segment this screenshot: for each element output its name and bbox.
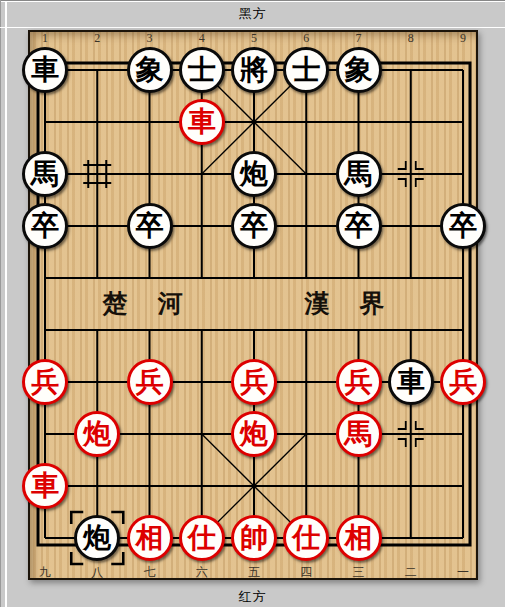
bevel-highlight-left	[5, 2, 7, 607]
piece-red-soldier[interactable]: 兵	[127, 359, 173, 405]
piece-red-general[interactable]: 帥	[231, 515, 277, 561]
file-label-top: 3	[138, 30, 162, 46]
file-label-bottom: 八	[85, 564, 109, 580]
file-label-top: 1	[33, 30, 57, 46]
river-inscription: 楚	[100, 289, 130, 319]
piece-red-cannon[interactable]: 炮	[74, 411, 120, 457]
file-label-top: 5	[242, 30, 266, 46]
file-label-top: 6	[294, 30, 318, 46]
file-label-top: 8	[399, 30, 423, 46]
piece-black-soldier[interactable]: 卒	[231, 203, 277, 249]
file-label-bottom: 九	[33, 564, 57, 580]
piece-black-advisor[interactable]: 士	[283, 47, 329, 93]
board-grid	[28, 30, 478, 580]
piece-red-horse[interactable]: 馬	[336, 411, 382, 457]
piece-red-soldier[interactable]: 兵	[336, 359, 382, 405]
file-label-bottom: 三	[347, 564, 371, 580]
piece-black-horse[interactable]: 馬	[22, 151, 68, 197]
river-inscription: 界	[357, 289, 387, 319]
bevel-highlight-top	[0, 1, 505, 2]
piece-red-advisor[interactable]: 仕	[179, 515, 225, 561]
xiangqi-app: 黑方 123456789九八七六五四三二一楚河漢界車象士將士象車馬炮馬卒卒卒卒卒…	[0, 0, 505, 607]
xiangqi-board[interactable]: 123456789九八七六五四三二一楚河漢界車象士將士象車馬炮馬卒卒卒卒卒兵兵兵…	[28, 30, 478, 580]
piece-black-cannon[interactable]: 炮	[231, 151, 277, 197]
window-left-edge	[0, 0, 1, 607]
bevel-highlight-under-label	[0, 27, 505, 28]
river-inscription: 漢	[302, 289, 332, 319]
black-side-label: 黑方	[0, 5, 505, 23]
piece-black-general[interactable]: 將	[231, 47, 277, 93]
piece-black-soldier[interactable]: 卒	[440, 203, 486, 249]
piece-red-chariot[interactable]: 車	[179, 99, 225, 145]
piece-red-chariot[interactable]: 車	[22, 463, 68, 509]
piece-black-elephant[interactable]: 象	[336, 47, 382, 93]
piece-black-soldier[interactable]: 卒	[22, 203, 68, 249]
file-label-top: 2	[85, 30, 109, 46]
piece-black-horse[interactable]: 馬	[336, 151, 382, 197]
file-label-bottom: 五	[242, 564, 266, 580]
piece-red-soldier[interactable]: 兵	[231, 359, 277, 405]
piece-black-soldier[interactable]: 卒	[127, 203, 173, 249]
red-side-label: 红方	[0, 588, 505, 606]
piece-black-elephant[interactable]: 象	[127, 47, 173, 93]
file-label-bottom: 二	[399, 564, 423, 580]
piece-red-cannon[interactable]: 炮	[231, 411, 277, 457]
file-label-bottom: 六	[190, 564, 214, 580]
piece-black-chariot[interactable]: 車	[22, 47, 68, 93]
piece-black-chariot[interactable]: 車	[388, 359, 434, 405]
file-label-bottom: 七	[138, 564, 162, 580]
piece-red-advisor[interactable]: 仕	[283, 515, 329, 561]
piece-black-advisor[interactable]: 士	[179, 47, 225, 93]
piece-black-soldier[interactable]: 卒	[336, 203, 382, 249]
file-label-top: 9	[451, 30, 475, 46]
file-label-bottom: 一	[451, 564, 475, 580]
file-label-bottom: 四	[294, 564, 318, 580]
piece-red-soldier[interactable]: 兵	[22, 359, 68, 405]
file-label-top: 7	[347, 30, 371, 46]
file-label-top: 4	[190, 30, 214, 46]
piece-red-elephant[interactable]: 相	[127, 515, 173, 561]
piece-red-soldier[interactable]: 兵	[440, 359, 486, 405]
river-inscription: 河	[155, 289, 185, 319]
piece-black-cannon[interactable]: 炮	[74, 515, 120, 561]
piece-red-elephant[interactable]: 相	[336, 515, 382, 561]
